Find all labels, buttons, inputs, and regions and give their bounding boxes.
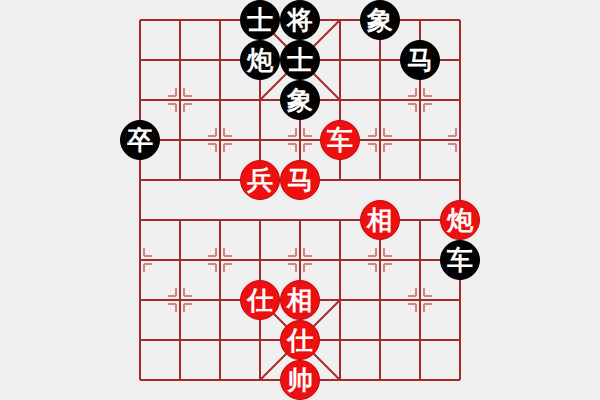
piece-black-advisor[interactable]: 士 [240, 0, 280, 40]
piece-red-general[interactable]: 帅 [280, 360, 320, 400]
piece-red-cannon[interactable]: 炮 [440, 200, 480, 240]
piece-red-chariot[interactable]: 车 [320, 120, 360, 160]
piece-layer: 士将象炮士马象卒车兵马相炮车仕相仕帅 [120, 0, 480, 400]
piece-black-advisor[interactable]: 士 [280, 40, 320, 80]
piece-black-chariot[interactable]: 车 [440, 240, 480, 280]
piece-black-soldier[interactable]: 卒 [120, 120, 160, 160]
piece-black-elephant[interactable]: 象 [280, 80, 320, 120]
piece-black-horse[interactable]: 马 [400, 40, 440, 80]
piece-red-advisor[interactable]: 仕 [280, 320, 320, 360]
piece-black-general[interactable]: 将 [280, 0, 320, 40]
piece-black-elephant[interactable]: 象 [360, 0, 400, 40]
piece-red-horse[interactable]: 马 [280, 160, 320, 200]
piece-red-advisor[interactable]: 仕 [240, 280, 280, 320]
piece-red-soldier[interactable]: 兵 [240, 160, 280, 200]
xiangqi-board: 士将象炮士马象卒车兵马相炮车仕相仕帅 [120, 0, 480, 400]
piece-black-cannon[interactable]: 炮 [240, 40, 280, 80]
piece-red-elephant[interactable]: 相 [280, 280, 320, 320]
piece-red-elephant[interactable]: 相 [360, 200, 400, 240]
